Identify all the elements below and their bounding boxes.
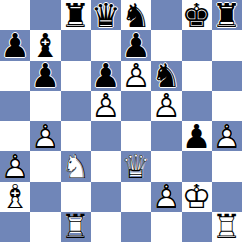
square-a3[interactable]: ♟♙ [0,151,30,181]
piece-black-pawn[interactable]: ♟ [182,121,212,151]
square-g2[interactable]: ♚♔ [182,182,212,212]
square-f6[interactable]: ♞ [151,61,181,91]
square-d1[interactable] [91,212,121,242]
square-b7[interactable]: ♝ [30,30,60,60]
square-e6[interactable]: ♟♙ [121,61,151,91]
black-king-icon: ♚ [182,0,212,30]
piece-black-rook[interactable]: ♜ [61,0,91,30]
white-pawn-icon: ♟ [0,151,30,181]
square-b2[interactable] [30,182,60,212]
square-d5[interactable]: ♟♙ [91,91,121,121]
piece-white-rook[interactable]: ♜♖ [61,212,91,242]
piece-black-pawn[interactable]: ♟ [30,61,60,91]
square-f1[interactable] [151,212,181,242]
square-g6[interactable] [182,61,212,91]
white-pawn-outline-icon: ♙ [30,121,60,151]
white-queen-outline-icon: ♕ [121,151,151,181]
white-rook-outline-icon: ♖ [212,212,242,242]
white-king-icon: ♚ [182,182,212,212]
black-rook-icon: ♜ [61,0,91,30]
white-pawn-outline-icon: ♙ [151,91,181,121]
square-f7[interactable] [151,30,181,60]
white-pawn-icon: ♟ [212,121,242,151]
square-h3[interactable] [212,151,242,181]
square-c3[interactable]: ♞♘ [61,151,91,181]
square-e3[interactable]: ♛♕ [121,151,151,181]
square-b6[interactable]: ♟ [30,61,60,91]
piece-white-queen[interactable]: ♛♕ [121,151,151,181]
white-pawn-icon: ♟ [151,182,181,212]
black-pawn-icon: ♟ [182,121,212,151]
square-g7[interactable] [182,30,212,60]
square-f3[interactable] [151,151,181,181]
square-a2[interactable]: ♝♗ [0,182,30,212]
white-rook-icon: ♜ [61,212,91,242]
square-c7[interactable] [61,30,91,60]
white-pawn-outline-icon: ♙ [151,182,181,212]
square-c8[interactable]: ♜ [61,0,91,30]
white-pawn-icon: ♟ [121,61,151,91]
piece-white-bishop[interactable]: ♝♗ [0,182,30,212]
square-c2[interactable] [61,182,91,212]
square-c1[interactable]: ♜♖ [61,212,91,242]
white-pawn-icon: ♟ [30,121,60,151]
white-rook-outline-icon: ♖ [61,212,91,242]
white-pawn-outline-icon: ♙ [212,121,242,151]
square-f2[interactable]: ♟♙ [151,182,181,212]
square-h2[interactable] [212,182,242,212]
square-d7[interactable] [91,30,121,60]
piece-white-knight[interactable]: ♞♘ [61,151,91,181]
square-g8[interactable]: ♚ [182,0,212,30]
square-d4[interactable] [91,121,121,151]
black-pawn-icon: ♟ [30,61,60,91]
piece-black-bishop[interactable]: ♝ [30,30,60,60]
piece-white-pawn[interactable]: ♟♙ [30,121,60,151]
square-f8[interactable] [151,0,181,30]
square-d2[interactable] [91,182,121,212]
square-g5[interactable] [182,91,212,121]
white-pawn-outline-icon: ♙ [0,151,30,181]
square-e2[interactable] [121,182,151,212]
piece-black-queen[interactable]: ♛ [91,0,121,30]
white-pawn-outline-icon: ♙ [121,61,151,91]
piece-white-pawn[interactable]: ♟♙ [151,182,181,212]
square-d8[interactable]: ♛ [91,0,121,30]
square-b4[interactable]: ♟♙ [30,121,60,151]
black-rook-icon: ♜ [212,0,242,30]
piece-white-pawn[interactable]: ♟♙ [121,61,151,91]
square-b3[interactable] [30,151,60,181]
white-pawn-outline-icon: ♙ [91,91,121,121]
white-pawn-icon: ♟ [151,91,181,121]
square-h1[interactable]: ♜♖ [212,212,242,242]
piece-black-pawn[interactable]: ♟ [91,61,121,91]
piece-white-pawn[interactable]: ♟♙ [212,121,242,151]
piece-white-rook[interactable]: ♜♖ [212,212,242,242]
square-a1[interactable] [0,212,30,242]
square-h4[interactable]: ♟♙ [212,121,242,151]
square-c6[interactable] [61,61,91,91]
piece-white-pawn[interactable]: ♟♙ [91,91,121,121]
square-e1[interactable] [121,212,151,242]
white-pawn-icon: ♟ [91,91,121,121]
black-knight-icon: ♞ [121,0,151,30]
piece-black-pawn[interactable]: ♟ [0,30,30,60]
white-knight-outline-icon: ♘ [61,151,91,181]
square-e4[interactable] [121,121,151,151]
square-h8[interactable]: ♜ [212,0,242,30]
white-knight-icon: ♞ [61,151,91,181]
square-b5[interactable] [30,91,60,121]
piece-black-knight[interactable]: ♞ [121,0,151,30]
square-b1[interactable] [30,212,60,242]
square-a7[interactable]: ♟ [0,30,30,60]
black-pawn-icon: ♟ [91,61,121,91]
square-c5[interactable] [61,91,91,121]
piece-white-pawn[interactable]: ♟♙ [151,91,181,121]
square-h5[interactable] [212,91,242,121]
piece-black-king[interactable]: ♚ [182,0,212,30]
square-a5[interactable] [0,91,30,121]
chess-board: ♜♛♞♚♜♟♝♟♟♟♟♙♞♟♙♟♙♟♙♟♟♙♟♙♞♘♛♕♝♗♟♙♚♔♜♖♜♖ [0,0,242,242]
square-f4[interactable] [151,121,181,151]
piece-white-king[interactable]: ♚♔ [182,182,212,212]
black-knight-icon: ♞ [151,61,181,91]
white-bishop-outline-icon: ♗ [0,182,30,212]
piece-black-rook[interactable]: ♜ [212,0,242,30]
square-e7[interactable]: ♟ [121,30,151,60]
white-king-outline-icon: ♔ [182,182,212,212]
square-g4[interactable]: ♟ [182,121,212,151]
square-f5[interactable]: ♟♙ [151,91,181,121]
square-b8[interactable] [30,0,60,30]
white-bishop-icon: ♝ [0,182,30,212]
square-a8[interactable] [0,0,30,30]
square-e5[interactable] [121,91,151,121]
square-a4[interactable] [0,121,30,151]
piece-black-pawn[interactable]: ♟ [121,30,151,60]
square-e8[interactable]: ♞ [121,0,151,30]
white-rook-icon: ♜ [212,212,242,242]
white-queen-icon: ♛ [121,151,151,181]
square-h6[interactable] [212,61,242,91]
square-h7[interactable] [212,30,242,60]
square-d6[interactable]: ♟ [91,61,121,91]
square-d3[interactable] [91,151,121,181]
black-pawn-icon: ♟ [121,30,151,60]
square-a6[interactable] [0,61,30,91]
square-g1[interactable] [182,212,212,242]
black-bishop-icon: ♝ [30,30,60,60]
piece-black-knight[interactable]: ♞ [151,61,181,91]
black-queen-icon: ♛ [91,0,121,30]
square-g3[interactable] [182,151,212,181]
piece-white-pawn[interactable]: ♟♙ [0,151,30,181]
square-c4[interactable] [61,121,91,151]
black-pawn-icon: ♟ [0,30,30,60]
